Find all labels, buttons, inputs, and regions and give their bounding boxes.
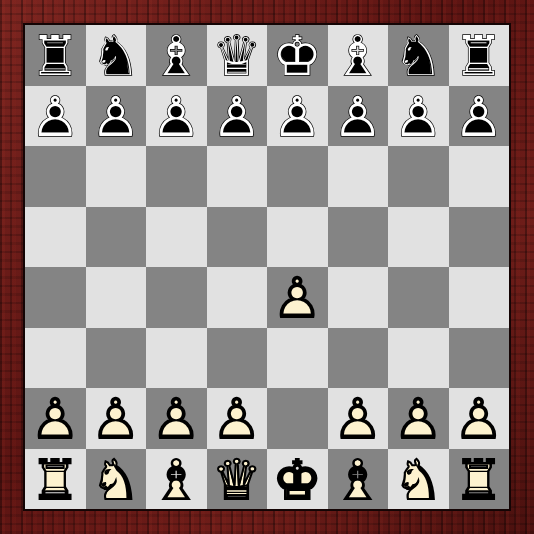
- piece-outline-glyph: ♘: [388, 26, 449, 87]
- piece-outline-glyph: ♙: [328, 87, 389, 148]
- black-rook[interactable]: ♜♖: [25, 26, 86, 87]
- piece-outline-glyph: ♙: [449, 389, 510, 450]
- white-pawn[interactable]: ♟♙: [86, 389, 147, 450]
- piece-outline-glyph: ♔: [267, 26, 328, 87]
- square-b2[interactable]: ♟♙: [86, 388, 147, 449]
- black-rook[interactable]: ♜♖: [449, 26, 510, 87]
- square-c4[interactable]: [146, 267, 207, 328]
- board-frame: ♜♖♞♘♝♗♛♕♚♔♝♗♞♘♜♖♟♙♟♙♟♙♟♙♟♙♟♙♟♙♟♙♟♙♟♙♟♙♟♙…: [0, 0, 534, 534]
- white-pawn[interactable]: ♟♙: [25, 389, 86, 450]
- chess-board: ♜♖♞♘♝♗♛♕♚♔♝♗♞♘♜♖♟♙♟♙♟♙♟♙♟♙♟♙♟♙♟♙♟♙♟♙♟♙♟♙…: [23, 23, 511, 511]
- square-b1[interactable]: ♞♘: [86, 449, 147, 510]
- piece-outline-glyph: ♘: [86, 450, 147, 511]
- square-h4[interactable]: [449, 267, 510, 328]
- square-f3[interactable]: [328, 328, 389, 389]
- piece-outline-glyph: ♙: [207, 87, 268, 148]
- white-pawn[interactable]: ♟♙: [328, 389, 389, 450]
- square-b8[interactable]: ♞♘: [86, 25, 147, 86]
- square-h6[interactable]: [449, 146, 510, 207]
- black-knight[interactable]: ♞♘: [86, 26, 147, 87]
- white-knight[interactable]: ♞♘: [388, 450, 449, 511]
- square-a1[interactable]: ♜♖: [25, 449, 86, 510]
- white-queen[interactable]: ♛♕: [207, 450, 268, 511]
- square-c7[interactable]: ♟♙: [146, 86, 207, 147]
- square-a4[interactable]: [25, 267, 86, 328]
- piece-outline-glyph: ♗: [146, 26, 207, 87]
- square-h2[interactable]: ♟♙: [449, 388, 510, 449]
- piece-outline-glyph: ♙: [267, 268, 328, 329]
- white-bishop[interactable]: ♝♗: [146, 450, 207, 511]
- square-c3[interactable]: [146, 328, 207, 389]
- square-b6[interactable]: [86, 146, 147, 207]
- square-d4[interactable]: [207, 267, 268, 328]
- square-b3[interactable]: [86, 328, 147, 389]
- piece-outline-glyph: ♖: [25, 26, 86, 87]
- black-king[interactable]: ♚♔: [267, 26, 328, 87]
- square-e7[interactable]: ♟♙: [267, 86, 328, 147]
- piece-outline-glyph: ♙: [146, 389, 207, 450]
- white-pawn[interactable]: ♟♙: [449, 389, 510, 450]
- black-pawn[interactable]: ♟♙: [25, 87, 86, 148]
- square-d2[interactable]: ♟♙: [207, 388, 268, 449]
- square-e5[interactable]: [267, 207, 328, 268]
- square-b5[interactable]: [86, 207, 147, 268]
- piece-outline-glyph: ♙: [207, 389, 268, 450]
- square-d6[interactable]: [207, 146, 268, 207]
- black-pawn[interactable]: ♟♙: [207, 87, 268, 148]
- square-d8[interactable]: ♛♕: [207, 25, 268, 86]
- white-bishop[interactable]: ♝♗: [328, 450, 389, 511]
- square-g3[interactable]: [388, 328, 449, 389]
- square-a2[interactable]: ♟♙: [25, 388, 86, 449]
- black-pawn[interactable]: ♟♙: [328, 87, 389, 148]
- square-f2[interactable]: ♟♙: [328, 388, 389, 449]
- white-pawn[interactable]: ♟♙: [388, 389, 449, 450]
- square-e3[interactable]: [267, 328, 328, 389]
- piece-outline-glyph: ♗: [146, 450, 207, 511]
- square-f4[interactable]: [328, 267, 389, 328]
- square-d1[interactable]: ♛♕: [207, 449, 268, 510]
- piece-outline-glyph: ♙: [267, 87, 328, 148]
- white-knight[interactable]: ♞♘: [86, 450, 147, 511]
- piece-outline-glyph: ♕: [207, 450, 268, 511]
- piece-outline-glyph: ♙: [86, 389, 147, 450]
- square-c5[interactable]: [146, 207, 207, 268]
- white-king[interactable]: ♚♔: [267, 450, 328, 511]
- square-h3[interactable]: [449, 328, 510, 389]
- square-a5[interactable]: [25, 207, 86, 268]
- piece-outline-glyph: ♘: [388, 450, 449, 511]
- black-pawn[interactable]: ♟♙: [86, 87, 147, 148]
- black-pawn[interactable]: ♟♙: [146, 87, 207, 148]
- piece-outline-glyph: ♙: [449, 87, 510, 148]
- square-g7[interactable]: ♟♙: [388, 86, 449, 147]
- piece-outline-glyph: ♙: [146, 87, 207, 148]
- white-pawn[interactable]: ♟♙: [146, 389, 207, 450]
- black-pawn[interactable]: ♟♙: [449, 87, 510, 148]
- square-e6[interactable]: [267, 146, 328, 207]
- square-d3[interactable]: [207, 328, 268, 389]
- piece-outline-glyph: ♘: [86, 26, 147, 87]
- square-e4[interactable]: ♟♙: [267, 267, 328, 328]
- square-f8[interactable]: ♝♗: [328, 25, 389, 86]
- square-g4[interactable]: [388, 267, 449, 328]
- piece-outline-glyph: ♙: [328, 389, 389, 450]
- square-e1[interactable]: ♚♔: [267, 449, 328, 510]
- square-g5[interactable]: [388, 207, 449, 268]
- square-e2[interactable]: [267, 388, 328, 449]
- piece-outline-glyph: ♔: [267, 450, 328, 511]
- square-h8[interactable]: ♜♖: [449, 25, 510, 86]
- black-knight[interactable]: ♞♘: [388, 26, 449, 87]
- square-a7[interactable]: ♟♙: [25, 86, 86, 147]
- black-pawn[interactable]: ♟♙: [267, 87, 328, 148]
- white-pawn[interactable]: ♟♙: [267, 268, 328, 329]
- piece-outline-glyph: ♕: [207, 26, 268, 87]
- square-g8[interactable]: ♞♘: [388, 25, 449, 86]
- square-g1[interactable]: ♞♘: [388, 449, 449, 510]
- square-c2[interactable]: ♟♙: [146, 388, 207, 449]
- square-b4[interactable]: [86, 267, 147, 328]
- piece-outline-glyph: ♙: [388, 389, 449, 450]
- white-pawn[interactable]: ♟♙: [207, 389, 268, 450]
- square-a8[interactable]: ♜♖: [25, 25, 86, 86]
- black-bishop[interactable]: ♝♗: [328, 26, 389, 87]
- square-c6[interactable]: [146, 146, 207, 207]
- piece-outline-glyph: ♖: [449, 450, 510, 511]
- piece-outline-glyph: ♙: [25, 87, 86, 148]
- square-f1[interactable]: ♝♗: [328, 449, 389, 510]
- piece-outline-glyph: ♙: [25, 389, 86, 450]
- square-g6[interactable]: [388, 146, 449, 207]
- square-g2[interactable]: ♟♙: [388, 388, 449, 449]
- square-h1[interactable]: ♜♖: [449, 449, 510, 510]
- white-rook[interactable]: ♜♖: [25, 450, 86, 511]
- piece-outline-glyph: ♗: [328, 26, 389, 87]
- square-h5[interactable]: [449, 207, 510, 268]
- white-rook[interactable]: ♜♖: [449, 450, 510, 511]
- square-f6[interactable]: [328, 146, 389, 207]
- piece-outline-glyph: ♙: [388, 87, 449, 148]
- piece-outline-glyph: ♙: [86, 87, 147, 148]
- square-c8[interactable]: ♝♗: [146, 25, 207, 86]
- square-b7[interactable]: ♟♙: [86, 86, 147, 147]
- square-c1[interactable]: ♝♗: [146, 449, 207, 510]
- square-e8[interactable]: ♚♔: [267, 25, 328, 86]
- square-f7[interactable]: ♟♙: [328, 86, 389, 147]
- square-f5[interactable]: [328, 207, 389, 268]
- black-queen[interactable]: ♛♕: [207, 26, 268, 87]
- square-h7[interactable]: ♟♙: [449, 86, 510, 147]
- piece-outline-glyph: ♖: [25, 450, 86, 511]
- piece-outline-glyph: ♖: [449, 26, 510, 87]
- piece-outline-glyph: ♗: [328, 450, 389, 511]
- square-d7[interactable]: ♟♙: [207, 86, 268, 147]
- black-bishop[interactable]: ♝♗: [146, 26, 207, 87]
- square-a6[interactable]: [25, 146, 86, 207]
- square-a3[interactable]: [25, 328, 86, 389]
- black-pawn[interactable]: ♟♙: [388, 87, 449, 148]
- square-d5[interactable]: [207, 207, 268, 268]
